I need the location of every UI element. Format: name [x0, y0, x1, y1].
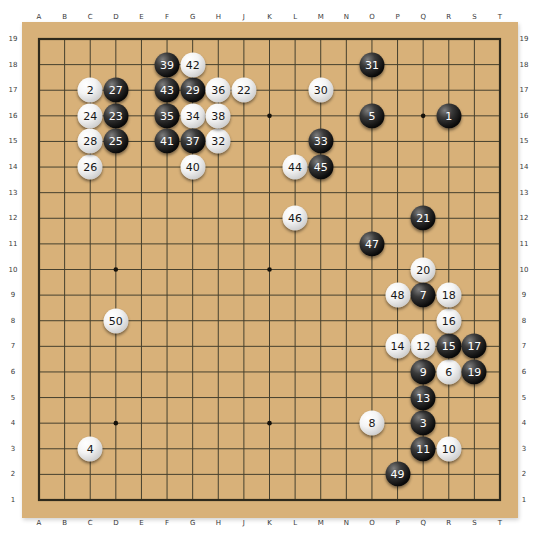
stone-white-40[interactable]: 40 — [180, 155, 205, 180]
row-label-left: 18 — [9, 61, 18, 68]
col-label-bottom: A — [37, 520, 42, 527]
move-number: 33 — [314, 136, 328, 147]
row-label-right: 16 — [520, 112, 529, 119]
stone-black-25[interactable]: 25 — [103, 129, 128, 154]
row-label-right: 8 — [522, 317, 526, 324]
move-number: 27 — [109, 85, 123, 96]
col-label-top: P — [395, 14, 399, 21]
stone-black-45[interactable]: 45 — [308, 155, 333, 180]
star-point — [267, 421, 272, 426]
row-label-right: 12 — [520, 215, 529, 222]
move-number: 48 — [391, 290, 405, 301]
stone-black-49[interactable]: 49 — [385, 462, 410, 487]
col-label-top: E — [139, 14, 143, 21]
stone-white-6[interactable]: 6 — [436, 359, 461, 384]
move-number: 31 — [365, 59, 379, 70]
go-diagram: AABBCCDDEEFFGGHHJJKKLLMMNNOOPPQQRRSSTT19… — [0, 0, 540, 540]
col-label-top: O — [369, 14, 375, 21]
star-point — [114, 267, 119, 272]
col-label-top: S — [472, 14, 476, 21]
col-label-top: L — [293, 14, 297, 21]
move-number: 47 — [365, 238, 379, 249]
row-label-right: 14 — [520, 164, 529, 171]
go-board[interactable]: 1234567891011121314151617181920212223242… — [22, 22, 518, 518]
move-number: 15 — [442, 341, 456, 352]
stone-black-37[interactable]: 37 — [180, 129, 205, 154]
row-label-right: 1 — [522, 497, 526, 504]
col-label-bottom: G — [190, 520, 195, 527]
row-label-left: 15 — [9, 138, 18, 145]
row-label-left: 13 — [9, 189, 18, 196]
star-point — [421, 114, 426, 119]
star-point — [114, 421, 119, 426]
col-label-top: A — [37, 14, 42, 21]
col-label-top: J — [243, 14, 245, 21]
stone-black-35[interactable]: 35 — [155, 103, 180, 128]
row-label-right: 15 — [520, 138, 529, 145]
move-number: 21 — [416, 213, 430, 224]
row-label-left: 17 — [9, 87, 18, 94]
row-label-right: 2 — [522, 471, 526, 478]
stone-white-14[interactable]: 14 — [385, 334, 410, 359]
move-number: 16 — [442, 315, 456, 326]
col-label-top: B — [62, 14, 67, 21]
star-point — [267, 114, 272, 119]
row-label-left: 2 — [11, 471, 15, 478]
move-number: 38 — [211, 110, 225, 121]
col-label-bottom: D — [113, 520, 118, 527]
stone-black-31[interactable]: 31 — [359, 52, 384, 77]
stone-black-29[interactable]: 29 — [180, 78, 205, 103]
stone-black-15[interactable]: 15 — [436, 334, 461, 359]
move-number: 13 — [416, 392, 430, 403]
move-number: 40 — [186, 162, 200, 173]
move-number: 18 — [442, 290, 456, 301]
stone-black-19[interactable]: 19 — [462, 359, 487, 384]
row-label-left: 12 — [9, 215, 18, 222]
col-label-bottom: O — [369, 520, 375, 527]
col-label-bottom: C — [88, 520, 93, 527]
move-number: 7 — [420, 290, 427, 301]
move-number: 4 — [87, 443, 94, 454]
stone-white-28[interactable]: 28 — [78, 129, 103, 154]
move-number: 17 — [467, 341, 481, 352]
col-label-bottom: M — [318, 520, 324, 527]
col-label-bottom: E — [139, 520, 143, 527]
move-number: 29 — [186, 85, 200, 96]
move-number: 5 — [368, 110, 375, 121]
row-label-left: 14 — [9, 164, 18, 171]
stone-black-39[interactable]: 39 — [155, 52, 180, 77]
stone-black-7[interactable]: 7 — [411, 283, 436, 308]
row-label-left: 1 — [11, 497, 15, 504]
col-label-top: K — [267, 14, 272, 21]
stone-black-43[interactable]: 43 — [155, 78, 180, 103]
move-number: 22 — [237, 85, 251, 96]
row-label-right: 4 — [522, 420, 526, 427]
stone-white-34[interactable]: 34 — [180, 103, 205, 128]
stone-white-44[interactable]: 44 — [283, 155, 308, 180]
stone-black-1[interactable]: 1 — [436, 103, 461, 128]
stone-white-16[interactable]: 16 — [436, 308, 461, 333]
stone-black-13[interactable]: 13 — [411, 385, 436, 410]
stone-black-17[interactable]: 17 — [462, 334, 487, 359]
move-number: 44 — [288, 162, 302, 173]
move-number: 8 — [368, 418, 375, 429]
col-label-top: R — [446, 14, 451, 21]
row-label-left: 3 — [11, 445, 15, 452]
col-label-bottom: N — [344, 520, 349, 527]
stone-white-48[interactable]: 48 — [385, 283, 410, 308]
star-point — [267, 267, 272, 272]
move-number: 14 — [391, 341, 405, 352]
move-number: 43 — [160, 85, 174, 96]
move-number: 2 — [87, 85, 94, 96]
move-number: 23 — [109, 110, 123, 121]
move-number: 26 — [83, 162, 97, 173]
move-number: 28 — [83, 136, 97, 147]
move-number: 34 — [186, 110, 200, 121]
row-label-left: 5 — [11, 394, 15, 401]
stone-white-8[interactable]: 8 — [359, 411, 384, 436]
move-number: 10 — [442, 443, 456, 454]
row-label-right: 7 — [522, 343, 526, 350]
col-label-bottom: K — [267, 520, 272, 527]
row-label-right: 17 — [520, 87, 529, 94]
stone-black-47[interactable]: 47 — [359, 231, 384, 256]
move-number: 12 — [416, 341, 430, 352]
row-label-right: 3 — [522, 445, 526, 452]
stone-white-18[interactable]: 18 — [436, 283, 461, 308]
stone-black-9[interactable]: 9 — [411, 359, 436, 384]
move-number: 36 — [211, 85, 225, 96]
row-label-right: 9 — [522, 292, 526, 299]
stone-black-33[interactable]: 33 — [308, 129, 333, 154]
col-label-top: D — [113, 14, 118, 21]
row-label-right: 5 — [522, 394, 526, 401]
stone-white-10[interactable]: 10 — [436, 436, 461, 461]
col-label-bottom: S — [472, 520, 476, 527]
stone-black-27[interactable]: 27 — [103, 78, 128, 103]
row-label-right: 18 — [520, 61, 529, 68]
stone-black-21[interactable]: 21 — [411, 206, 436, 231]
col-label-bottom: B — [62, 520, 67, 527]
row-label-left: 19 — [9, 36, 18, 43]
stone-white-50[interactable]: 50 — [103, 308, 128, 333]
stone-white-2[interactable]: 2 — [78, 78, 103, 103]
col-label-top: M — [318, 14, 324, 21]
stone-white-22[interactable]: 22 — [231, 78, 256, 103]
stone-white-24[interactable]: 24 — [78, 103, 103, 128]
col-label-bottom: R — [446, 520, 451, 527]
row-label-left: 10 — [9, 266, 18, 273]
row-label-left: 8 — [11, 317, 15, 324]
stone-white-46[interactable]: 46 — [283, 206, 308, 231]
row-label-left: 16 — [9, 112, 18, 119]
row-label-left: 4 — [11, 420, 15, 427]
stone-black-23[interactable]: 23 — [103, 103, 128, 128]
col-label-top: N — [344, 14, 349, 21]
row-label-left: 6 — [11, 368, 15, 375]
move-number: 49 — [391, 469, 405, 480]
row-label-left: 7 — [11, 343, 15, 350]
col-label-top: F — [165, 14, 169, 21]
col-label-bottom: Q — [420, 520, 426, 527]
move-number: 24 — [83, 110, 97, 121]
stone-white-42[interactable]: 42 — [180, 52, 205, 77]
col-label-bottom: H — [216, 520, 221, 527]
move-number: 46 — [288, 213, 302, 224]
stone-white-20[interactable]: 20 — [411, 257, 436, 282]
row-label-right: 6 — [522, 368, 526, 375]
move-number: 11 — [416, 443, 430, 454]
move-number: 32 — [211, 136, 225, 147]
col-label-top: C — [88, 14, 93, 21]
col-label-top: G — [190, 14, 195, 21]
stone-white-30[interactable]: 30 — [308, 78, 333, 103]
col-label-bottom: P — [395, 520, 399, 527]
row-label-right: 11 — [520, 240, 529, 247]
stone-white-38[interactable]: 38 — [206, 103, 231, 128]
col-label-bottom: F — [165, 520, 169, 527]
move-number: 35 — [160, 110, 174, 121]
stone-black-41[interactable]: 41 — [155, 129, 180, 154]
move-number: 42 — [186, 59, 200, 70]
move-number: 39 — [160, 59, 174, 70]
stone-white-36[interactable]: 36 — [206, 78, 231, 103]
move-number: 45 — [314, 162, 328, 173]
move-number: 41 — [160, 136, 174, 147]
col-label-bottom: L — [293, 520, 297, 527]
move-number: 30 — [314, 85, 328, 96]
move-number: 6 — [445, 366, 452, 377]
row-label-left: 9 — [11, 292, 15, 299]
move-number: 1 — [445, 110, 452, 121]
stone-black-5[interactable]: 5 — [359, 103, 384, 128]
move-number: 50 — [109, 315, 123, 326]
col-label-top: Q — [420, 14, 426, 21]
move-number: 20 — [416, 264, 430, 275]
move-number: 3 — [420, 418, 427, 429]
stone-white-4[interactable]: 4 — [78, 436, 103, 461]
row-label-right: 19 — [520, 36, 529, 43]
row-label-left: 11 — [9, 240, 18, 247]
stone-black-3[interactable]: 3 — [411, 411, 436, 436]
col-label-top: H — [216, 14, 221, 21]
move-number: 37 — [186, 136, 200, 147]
stone-white-12[interactable]: 12 — [411, 334, 436, 359]
stone-white-32[interactable]: 32 — [206, 129, 231, 154]
col-label-top: T — [498, 14, 502, 21]
col-label-bottom: T — [498, 520, 502, 527]
move-number: 9 — [420, 366, 427, 377]
stone-white-26[interactable]: 26 — [78, 155, 103, 180]
move-number: 19 — [467, 366, 481, 377]
row-label-right: 10 — [520, 266, 529, 273]
col-label-bottom: J — [243, 520, 245, 527]
move-number: 25 — [109, 136, 123, 147]
row-label-right: 13 — [520, 189, 529, 196]
stone-black-11[interactable]: 11 — [411, 436, 436, 461]
